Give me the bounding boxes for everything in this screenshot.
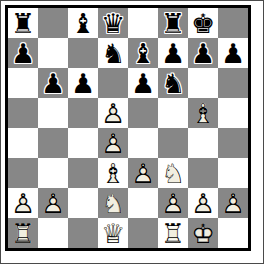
piece-white-king[interactable]: ♚♔ [188, 218, 218, 248]
square-d6[interactable] [98, 68, 128, 98]
piece-white-bishop[interactable]: ♝♗ [98, 158, 128, 188]
white-piece-outline: ♘ [158, 158, 188, 188]
square-e1[interactable] [128, 218, 158, 248]
square-a8[interactable]: ♜ [8, 8, 38, 38]
square-g4[interactable] [188, 128, 218, 158]
square-a3[interactable] [8, 158, 38, 188]
square-e2[interactable] [128, 188, 158, 218]
square-g8[interactable]: ♚ [188, 8, 218, 38]
white-piece-outline: ♖ [158, 218, 188, 248]
square-c3[interactable] [68, 158, 98, 188]
square-b7[interactable] [38, 38, 68, 68]
square-c1[interactable] [68, 218, 98, 248]
square-h2[interactable]: ♟♙ [218, 188, 248, 218]
piece-white-pawn[interactable]: ♟♙ [128, 158, 158, 188]
square-b8[interactable] [38, 8, 68, 38]
square-c7[interactable] [68, 38, 98, 68]
square-a4[interactable] [8, 128, 38, 158]
square-f1[interactable]: ♜♖ [158, 218, 188, 248]
square-e6[interactable]: ♟ [128, 68, 158, 98]
square-c4[interactable] [68, 128, 98, 158]
white-piece-outline: ♗ [188, 98, 218, 128]
piece-white-queen[interactable]: ♛♕ [98, 218, 128, 248]
square-b6[interactable]: ♟ [38, 68, 68, 98]
square-e4[interactable] [128, 128, 158, 158]
white-piece-outline: ♖ [8, 218, 38, 248]
white-piece-outline: ♙ [38, 188, 68, 218]
square-c8[interactable]: ♝ [68, 8, 98, 38]
chess-board: ♜♝♛♜♚♟♞♝♟♟♟♟♟♟♞♟♙♝♗♟♙♝♗♟♙♞♘♟♙♟♙♞♘♟♙♟♙♟♙♜… [5, 5, 251, 251]
piece-white-pawn[interactable]: ♟♙ [158, 188, 188, 218]
square-e3[interactable]: ♟♙ [128, 158, 158, 188]
square-b1[interactable] [38, 218, 68, 248]
square-h8[interactable] [218, 8, 248, 38]
piece-white-pawn[interactable]: ♟♙ [8, 188, 38, 218]
piece-black-pawn[interactable]: ♟ [128, 68, 158, 98]
square-a6[interactable] [8, 68, 38, 98]
white-piece-outline: ♕ [98, 218, 128, 248]
piece-black-knight[interactable]: ♞ [158, 68, 188, 98]
piece-black-bishop[interactable]: ♝ [68, 8, 98, 38]
piece-white-rook[interactable]: ♜♖ [158, 218, 188, 248]
piece-white-pawn[interactable]: ♟♙ [38, 188, 68, 218]
piece-white-pawn[interactable]: ♟♙ [188, 188, 218, 218]
square-h5[interactable] [218, 98, 248, 128]
square-c6[interactable]: ♟ [68, 68, 98, 98]
square-d8[interactable]: ♛ [98, 8, 128, 38]
square-d1[interactable]: ♛♕ [98, 218, 128, 248]
square-c2[interactable] [68, 188, 98, 218]
square-h6[interactable] [218, 68, 248, 98]
square-f2[interactable]: ♟♙ [158, 188, 188, 218]
piece-white-knight[interactable]: ♞♘ [158, 158, 188, 188]
square-d5[interactable]: ♟♙ [98, 98, 128, 128]
piece-white-rook[interactable]: ♜♖ [8, 218, 38, 248]
piece-white-pawn[interactable]: ♟♙ [218, 188, 248, 218]
white-piece-outline: ♙ [158, 188, 188, 218]
white-piece-outline: ♙ [218, 188, 248, 218]
square-a1[interactable]: ♜♖ [8, 218, 38, 248]
square-b4[interactable] [38, 128, 68, 158]
square-g6[interactable] [188, 68, 218, 98]
piece-black-pawn[interactable]: ♟ [188, 38, 218, 68]
square-g1[interactable]: ♚♔ [188, 218, 218, 248]
white-piece-outline: ♙ [8, 188, 38, 218]
square-f7[interactable]: ♟ [158, 38, 188, 68]
square-h3[interactable] [218, 158, 248, 188]
square-f5[interactable] [158, 98, 188, 128]
piece-black-rook[interactable]: ♜ [8, 8, 38, 38]
square-b2[interactable]: ♟♙ [38, 188, 68, 218]
square-a7[interactable]: ♟ [8, 38, 38, 68]
square-e8[interactable] [128, 8, 158, 38]
piece-black-rook[interactable]: ♜ [158, 8, 188, 38]
piece-black-bishop[interactable]: ♝ [128, 38, 158, 68]
piece-black-pawn[interactable]: ♟ [218, 38, 248, 68]
chess-board-grid: ♜♝♛♜♚♟♞♝♟♟♟♟♟♟♞♟♙♝♗♟♙♝♗♟♙♞♘♟♙♟♙♞♘♟♙♟♙♟♙♜… [8, 8, 248, 248]
square-a2[interactable]: ♟♙ [8, 188, 38, 218]
piece-black-pawn[interactable]: ♟ [8, 38, 38, 68]
white-piece-outline: ♙ [98, 128, 128, 158]
square-h4[interactable] [218, 128, 248, 158]
square-d2[interactable]: ♞♘ [98, 188, 128, 218]
square-g7[interactable]: ♟ [188, 38, 218, 68]
piece-white-pawn[interactable]: ♟♙ [98, 98, 128, 128]
square-b3[interactable] [38, 158, 68, 188]
piece-white-knight[interactable]: ♞♘ [98, 188, 128, 218]
square-h7[interactable]: ♟ [218, 38, 248, 68]
square-d3[interactable]: ♝♗ [98, 158, 128, 188]
square-g3[interactable] [188, 158, 218, 188]
white-piece-outline: ♗ [98, 158, 128, 188]
white-piece-outline: ♙ [188, 188, 218, 218]
square-g2[interactable]: ♟♙ [188, 188, 218, 218]
square-g5[interactable]: ♝♗ [188, 98, 218, 128]
square-f4[interactable] [158, 128, 188, 158]
square-e5[interactable] [128, 98, 158, 128]
piece-black-king[interactable]: ♚ [188, 8, 218, 38]
piece-black-knight[interactable]: ♞ [98, 38, 128, 68]
white-piece-outline: ♘ [98, 188, 128, 218]
square-b5[interactable] [38, 98, 68, 128]
square-h1[interactable] [218, 218, 248, 248]
piece-black-queen[interactable]: ♛ [98, 8, 128, 38]
square-f8[interactable]: ♜ [158, 8, 188, 38]
piece-black-pawn[interactable]: ♟ [158, 38, 188, 68]
white-piece-outline: ♔ [188, 218, 218, 248]
square-f3[interactable]: ♞♘ [158, 158, 188, 188]
piece-white-bishop[interactable]: ♝♗ [188, 98, 218, 128]
square-d7[interactable]: ♞ [98, 38, 128, 68]
square-f6[interactable]: ♞ [158, 68, 188, 98]
square-c5[interactable] [68, 98, 98, 128]
white-piece-outline: ♙ [128, 158, 158, 188]
square-d4[interactable]: ♟♙ [98, 128, 128, 158]
white-piece-outline: ♙ [98, 98, 128, 128]
piece-black-pawn[interactable]: ♟ [38, 68, 68, 98]
square-e7[interactable]: ♝ [128, 38, 158, 68]
diagram-page: ♜♝♛♜♚♟♞♝♟♟♟♟♟♟♞♟♙♝♗♟♙♝♗♟♙♞♘♟♙♟♙♞♘♟♙♟♙♟♙♜… [0, 0, 264, 264]
piece-white-pawn[interactable]: ♟♙ [98, 128, 128, 158]
piece-black-pawn[interactable]: ♟ [68, 68, 98, 98]
square-a5[interactable] [8, 98, 38, 128]
